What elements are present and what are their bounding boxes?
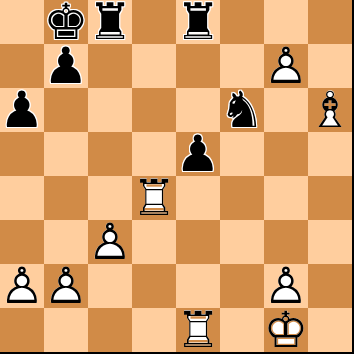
square-e4[interactable] xyxy=(176,176,220,220)
black-rook-glyph: ♜ xyxy=(176,0,220,44)
square-d8[interactable] xyxy=(132,0,176,44)
square-d4[interactable]: ♜♖ xyxy=(132,176,176,220)
black-pawn[interactable]: ♟ xyxy=(0,88,44,132)
square-h4[interactable] xyxy=(308,176,352,220)
square-e3[interactable] xyxy=(176,220,220,264)
square-g5[interactable] xyxy=(264,132,308,176)
white-rook[interactable]: ♜♖ xyxy=(176,308,220,352)
square-c5[interactable] xyxy=(88,132,132,176)
black-knight-glyph: ♞ xyxy=(220,88,264,132)
square-b5[interactable] xyxy=(44,132,88,176)
square-a1[interactable] xyxy=(0,308,44,352)
square-a4[interactable] xyxy=(0,176,44,220)
square-h1[interactable] xyxy=(308,308,352,352)
square-b7[interactable]: ♟ xyxy=(44,44,88,88)
square-d3[interactable] xyxy=(132,220,176,264)
square-g4[interactable] xyxy=(264,176,308,220)
black-knight[interactable]: ♞ xyxy=(220,88,264,132)
square-a6[interactable]: ♟ xyxy=(0,88,44,132)
square-g7[interactable]: ♟♙ xyxy=(264,44,308,88)
square-c2[interactable] xyxy=(88,264,132,308)
black-rook-glyph: ♜ xyxy=(88,0,132,44)
black-pawn-glyph: ♟ xyxy=(44,44,88,88)
square-h2[interactable] xyxy=(308,264,352,308)
square-c8[interactable]: ♜ xyxy=(88,0,132,44)
square-f6[interactable]: ♞ xyxy=(220,88,264,132)
square-a8[interactable] xyxy=(0,0,44,44)
white-rook-glyph-outline: ♖ xyxy=(176,308,220,352)
square-b4[interactable] xyxy=(44,176,88,220)
square-h3[interactable] xyxy=(308,220,352,264)
square-h6[interactable]: ♝♗ xyxy=(308,88,352,132)
white-bishop-glyph-outline: ♗ xyxy=(308,88,352,132)
square-d2[interactable] xyxy=(132,264,176,308)
black-pawn-glyph: ♟ xyxy=(0,88,44,132)
square-c3[interactable]: ♟♙ xyxy=(88,220,132,264)
square-c1[interactable] xyxy=(88,308,132,352)
black-rook[interactable]: ♜ xyxy=(88,0,132,44)
square-e1[interactable]: ♜♖ xyxy=(176,308,220,352)
square-e5[interactable]: ♟ xyxy=(176,132,220,176)
square-h8[interactable] xyxy=(308,0,352,44)
square-e7[interactable] xyxy=(176,44,220,88)
white-king-glyph-outline: ♔ xyxy=(264,308,308,352)
square-g6[interactable] xyxy=(264,88,308,132)
white-pawn[interactable]: ♟♙ xyxy=(44,264,88,308)
square-f1[interactable] xyxy=(220,308,264,352)
square-b6[interactable] xyxy=(44,88,88,132)
square-h5[interactable] xyxy=(308,132,352,176)
square-d1[interactable] xyxy=(132,308,176,352)
white-rook[interactable]: ♜♖ xyxy=(132,176,176,220)
black-rook[interactable]: ♜ xyxy=(176,0,220,44)
square-b2[interactable]: ♟♙ xyxy=(44,264,88,308)
chess-board: ♚♜♜♟♟♙♟♞♝♗♟♜♖♟♙♟♙♟♙♟♙♜♖♚♔ xyxy=(0,0,352,352)
square-f5[interactable] xyxy=(220,132,264,176)
square-e8[interactable]: ♜ xyxy=(176,0,220,44)
square-f3[interactable] xyxy=(220,220,264,264)
square-g1[interactable]: ♚♔ xyxy=(264,308,308,352)
square-f4[interactable] xyxy=(220,176,264,220)
square-d7[interactable] xyxy=(132,44,176,88)
square-f8[interactable] xyxy=(220,0,264,44)
white-pawn-glyph-outline: ♙ xyxy=(0,264,44,308)
white-rook-glyph-outline: ♖ xyxy=(132,176,176,220)
white-pawn[interactable]: ♟♙ xyxy=(0,264,44,308)
black-pawn-glyph: ♟ xyxy=(176,132,220,176)
square-a5[interactable] xyxy=(0,132,44,176)
white-pawn-glyph-outline: ♙ xyxy=(264,44,308,88)
square-a2[interactable]: ♟♙ xyxy=(0,264,44,308)
white-pawn-glyph-outline: ♙ xyxy=(44,264,88,308)
square-f2[interactable] xyxy=(220,264,264,308)
white-bishop[interactable]: ♝♗ xyxy=(308,88,352,132)
square-c6[interactable] xyxy=(88,88,132,132)
white-pawn[interactable]: ♟♙ xyxy=(264,44,308,88)
white-king[interactable]: ♚♔ xyxy=(264,308,308,352)
square-c7[interactable] xyxy=(88,44,132,88)
square-b1[interactable] xyxy=(44,308,88,352)
white-pawn-glyph-outline: ♙ xyxy=(88,220,132,264)
square-d6[interactable] xyxy=(132,88,176,132)
white-pawn[interactable]: ♟♙ xyxy=(88,220,132,264)
black-pawn[interactable]: ♟ xyxy=(176,132,220,176)
black-pawn[interactable]: ♟ xyxy=(44,44,88,88)
